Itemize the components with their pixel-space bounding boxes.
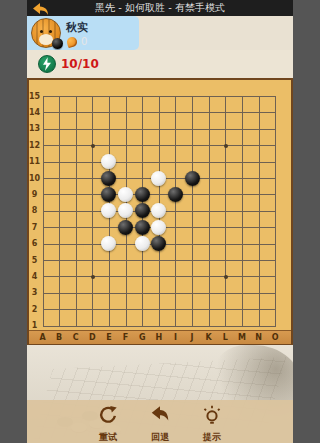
row-label: 8 [29,206,40,215]
black-stone [101,171,116,186]
hint-label: 提示 [203,431,221,443]
column-label: H [153,333,165,342]
black-stone [168,187,183,202]
grid-line [43,112,277,113]
white-stone [151,171,166,186]
coin-count: 0 [81,36,87,47]
black-stone [101,187,116,202]
grid-line [43,276,277,277]
black-stone [135,187,150,202]
white-stone [151,220,166,235]
undo-button[interactable]: 回退 [145,404,175,443]
white-stone [118,203,133,218]
player-panel: 秋实 0 [27,16,139,50]
row-label: 1 [29,321,40,330]
grid-line [43,309,277,310]
star-point [224,144,228,148]
column-label: A [37,333,49,342]
player-black-stone-icon [52,38,63,49]
row-label: 12 [29,141,40,150]
star-point [224,275,228,279]
black-stone [151,236,166,251]
hint-icon [201,404,223,430]
column-label: O [269,333,281,342]
app-screen: 黑先 - 如何取胜 - 有禁手模式 秋实 0 10/10 ABCDEFGHIJK… [27,0,293,443]
column-label: G [136,333,148,342]
black-stone [135,203,150,218]
row-label: 3 [29,288,40,297]
row-label: 2 [29,305,40,314]
column-label: L [219,333,231,342]
row-label: 5 [29,256,40,265]
white-stone [118,187,133,202]
hint-button[interactable]: 提示 [197,404,227,443]
tiger-muzzle [39,34,53,45]
white-stone [101,203,116,218]
row-label: 15 [29,92,40,101]
grid-line [43,260,277,261]
retry-button[interactable]: 重试 [93,404,123,443]
white-stone [101,154,116,169]
retry-label: 重试 [99,431,117,443]
row-label: 4 [29,272,40,281]
title-bar: 黑先 - 如何取胜 - 有禁手模式 [27,0,293,16]
star-point [91,144,95,148]
column-label: D [86,333,98,342]
back-arrow-icon[interactable] [31,1,51,15]
column-label: F [120,333,132,342]
column-label: E [103,333,115,342]
column-label: M [236,333,248,342]
bottom-toolbar: 重试 回退 提示 [27,400,293,443]
grid-line [43,96,277,97]
grid-line [43,145,277,146]
column-labels-strip: ABCDEFGHIJKLMNO [29,330,291,344]
grid-line [43,293,277,294]
column-label: J [186,333,198,342]
grid-line [43,129,277,130]
black-stone [185,171,200,186]
white-stone [151,203,166,218]
column-label: K [203,333,215,342]
retry-icon [97,404,119,430]
grid-line [43,162,277,163]
coin-icon [66,36,78,48]
white-stone [101,236,116,251]
row-label: 6 [29,239,40,248]
tiger-eye [40,30,43,33]
row-label: 7 [29,223,40,232]
white-stone [135,236,150,251]
column-label: B [53,333,65,342]
undo-label: 回退 [151,431,169,443]
row-label: 11 [29,157,40,166]
row-label: 9 [29,190,40,199]
black-stone [135,220,150,235]
energy-row: 10/10 [27,50,293,78]
column-label: C [70,333,82,342]
tiger-eye [49,30,52,33]
page-title: 黑先 - 如何取胜 - 有禁手模式 [95,0,225,16]
black-stone [118,220,133,235]
grid-line [43,194,277,195]
energy-count: 10/10 [61,57,99,71]
row-label: 10 [29,174,40,183]
column-label: N [253,333,265,342]
star-point [91,275,95,279]
row-label: 14 [29,108,40,117]
gomoku-board[interactable]: ABCDEFGHIJKLMNO 151413121110987654321 [27,78,293,345]
grid-line [43,326,277,327]
undo-icon [149,404,171,430]
player-name: 秋实 [66,20,88,35]
row-label: 13 [29,124,40,133]
column-label: I [169,333,181,342]
lightning-icon [38,55,56,73]
player-bar: 秋实 0 [27,16,293,50]
